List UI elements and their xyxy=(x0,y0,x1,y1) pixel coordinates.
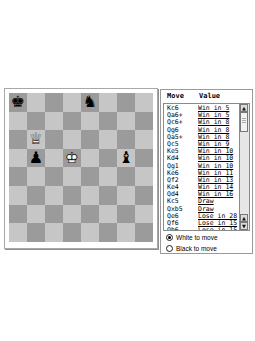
white-queen-outline: ♕ xyxy=(27,130,45,149)
board-square-h4[interactable] xyxy=(135,167,153,186)
board-square-c3[interactable] xyxy=(45,186,63,205)
board-square-e7[interactable] xyxy=(81,112,99,131)
board-square-d8[interactable] xyxy=(63,93,81,112)
chess-board[interactable]: ♚♞♛♕♟♚♔♝ xyxy=(9,93,153,242)
move-row[interactable]: Qh6Lose in 15 xyxy=(164,227,240,231)
board-square-c1[interactable] xyxy=(45,223,63,242)
board-square-e6[interactable] xyxy=(81,130,99,149)
board-square-g4[interactable] xyxy=(117,167,135,186)
board-square-e4[interactable] xyxy=(81,167,99,186)
board-square-e3[interactable] xyxy=(81,186,99,205)
board-square-c7[interactable] xyxy=(45,112,63,131)
board-square-h7[interactable] xyxy=(135,112,153,131)
board-square-b4[interactable] xyxy=(27,167,45,186)
radio-unselected-icon[interactable] xyxy=(166,245,173,252)
board-square-d4[interactable] xyxy=(63,167,81,186)
board-square-c8[interactable] xyxy=(45,93,63,112)
move-list[interactable]: Kc6Win in 5Qa6+Win in 5Qc6+Win in 8Qg6Wi… xyxy=(163,103,250,231)
scroll-up-icon[interactable]: ▲ xyxy=(240,214,248,222)
board-square-a8[interactable]: ♚ xyxy=(9,93,27,112)
board-square-h5[interactable] xyxy=(135,149,153,168)
board-square-c5[interactable] xyxy=(45,149,63,168)
board-square-g1[interactable] xyxy=(117,223,135,242)
board-square-d3[interactable] xyxy=(63,186,81,205)
board-square-a2[interactable] xyxy=(9,205,27,224)
board-square-g8[interactable] xyxy=(117,93,135,112)
black-bishop[interactable]: ♝ xyxy=(117,149,135,168)
board-square-h6[interactable] xyxy=(135,130,153,149)
board-square-d1[interactable] xyxy=(63,223,81,242)
board-square-g7[interactable] xyxy=(117,112,135,131)
board-square-g3[interactable] xyxy=(117,186,135,205)
board-square-b1[interactable] xyxy=(27,223,45,242)
scrollbar[interactable]: ▲ ▲ ▼ xyxy=(239,104,249,230)
analysis-panel: Move Value Kc6Win in 5Qa6+Win in 5Qc6+Wi… xyxy=(160,89,253,254)
value-cell[interactable]: Lose in 15 xyxy=(198,227,237,231)
board-square-f2[interactable] xyxy=(99,205,117,224)
board-square-g2[interactable] xyxy=(117,205,135,224)
board-square-e2[interactable] xyxy=(81,205,99,224)
board-square-f6[interactable] xyxy=(99,130,117,149)
board-square-a5[interactable] xyxy=(9,149,27,168)
board-square-c2[interactable] xyxy=(45,205,63,224)
board-square-d5[interactable]: ♚♔ xyxy=(63,149,81,168)
board-square-d2[interactable] xyxy=(63,205,81,224)
white-queen[interactable]: ♛♕ xyxy=(27,130,45,149)
board-square-b6[interactable]: ♛♕ xyxy=(27,130,45,149)
black-to-move-label: Black to move xyxy=(176,245,217,252)
board-square-f3[interactable] xyxy=(99,186,117,205)
black-knight[interactable]: ♞ xyxy=(81,93,99,112)
black-king[interactable]: ♚ xyxy=(9,93,27,112)
board-square-f4[interactable] xyxy=(99,167,117,186)
radio-selected-icon[interactable] xyxy=(166,234,173,241)
move-cell[interactable]: Qh6 xyxy=(167,227,179,231)
move-column-header: Move xyxy=(167,92,184,100)
scroll-thumb[interactable] xyxy=(240,112,248,132)
board-square-b8[interactable] xyxy=(27,93,45,112)
white-king-outline: ♔ xyxy=(63,149,81,168)
white-to-move-label: White to move xyxy=(176,234,218,241)
board-square-e5[interactable] xyxy=(81,149,99,168)
board-panel: ♚♞♛♕♟♚♔♝ xyxy=(4,88,158,249)
board-square-c4[interactable] xyxy=(45,167,63,186)
board-square-g6[interactable] xyxy=(117,130,135,149)
board-square-b2[interactable] xyxy=(27,205,45,224)
board-square-a1[interactable] xyxy=(9,223,27,242)
value-column-header: Value xyxy=(199,92,220,100)
board-square-b3[interactable] xyxy=(27,186,45,205)
board-square-b5[interactable]: ♟ xyxy=(27,149,45,168)
scroll-down-icon[interactable]: ▼ xyxy=(240,222,248,230)
board-square-a3[interactable] xyxy=(9,186,27,205)
scroll-up-icon[interactable]: ▲ xyxy=(240,104,248,112)
board-square-f1[interactable] xyxy=(99,223,117,242)
board-square-c6[interactable] xyxy=(45,130,63,149)
board-square-h2[interactable] xyxy=(135,205,153,224)
board-square-a7[interactable] xyxy=(9,112,27,131)
white-to-move-radio[interactable]: White to move xyxy=(166,233,218,242)
white-king[interactable]: ♚♔ xyxy=(63,149,81,168)
board-square-h3[interactable] xyxy=(135,186,153,205)
board-square-e8[interactable]: ♞ xyxy=(81,93,99,112)
board-square-a6[interactable] xyxy=(9,130,27,149)
board-square-e1[interactable] xyxy=(81,223,99,242)
board-square-f5[interactable] xyxy=(99,149,117,168)
board-square-d6[interactable] xyxy=(63,130,81,149)
board-square-f8[interactable] xyxy=(99,93,117,112)
board-square-h8[interactable] xyxy=(135,93,153,112)
board-square-d7[interactable] xyxy=(63,112,81,131)
black-pawn[interactable]: ♟ xyxy=(27,149,45,168)
black-to-move-radio[interactable]: Black to move xyxy=(166,244,217,253)
board-square-h1[interactable] xyxy=(135,223,153,242)
board-square-g5[interactable]: ♝ xyxy=(117,149,135,168)
board-square-f7[interactable] xyxy=(99,112,117,131)
board-square-b7[interactable] xyxy=(27,112,45,131)
board-square-a4[interactable] xyxy=(9,167,27,186)
